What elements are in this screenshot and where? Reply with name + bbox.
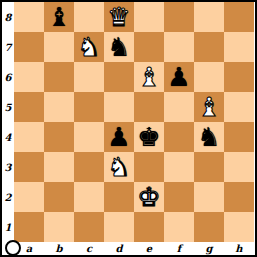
square-g6[interactable] bbox=[194, 62, 224, 92]
square-a1[interactable] bbox=[14, 212, 44, 242]
rank-label-4: 4 bbox=[2, 122, 14, 152]
rank-label-2: 2 bbox=[2, 182, 14, 212]
file-label-b: b bbox=[44, 242, 74, 255]
square-g3[interactable] bbox=[194, 152, 224, 182]
file-label-f: f bbox=[164, 242, 194, 255]
square-d5[interactable] bbox=[104, 92, 134, 122]
square-d6[interactable] bbox=[104, 62, 134, 92]
rank-label-3: 3 bbox=[2, 152, 14, 182]
rank-label-8: 8 bbox=[2, 2, 14, 32]
square-d3[interactable]: ♞ bbox=[104, 152, 134, 182]
square-e5[interactable] bbox=[134, 92, 164, 122]
square-f8[interactable] bbox=[164, 2, 194, 32]
rank-label-7: 7 bbox=[2, 32, 14, 62]
square-h4[interactable] bbox=[224, 122, 254, 152]
square-f2[interactable] bbox=[164, 182, 194, 212]
square-b5[interactable] bbox=[44, 92, 74, 122]
square-b4[interactable] bbox=[44, 122, 74, 152]
square-f7[interactable] bbox=[164, 32, 194, 62]
square-g2[interactable] bbox=[194, 182, 224, 212]
square-d8[interactable]: ♛ bbox=[104, 2, 134, 32]
piece-black-bishop-b8[interactable]: ♝ bbox=[44, 2, 74, 32]
square-b2[interactable] bbox=[44, 182, 74, 212]
square-e3[interactable] bbox=[134, 152, 164, 182]
square-d4[interactable]: ♟ bbox=[104, 122, 134, 152]
square-f3[interactable] bbox=[164, 152, 194, 182]
square-h1[interactable] bbox=[224, 212, 254, 242]
square-d7[interactable]: ♞ bbox=[104, 32, 134, 62]
file-label-g: g bbox=[194, 242, 224, 255]
chess-board: ♝♛♞♞♝♟♝♟♚♞♞♚ bbox=[14, 2, 254, 242]
square-e7[interactable] bbox=[134, 32, 164, 62]
square-f6[interactable]: ♟ bbox=[164, 62, 194, 92]
piece-white-bishop-g5[interactable]: ♝ bbox=[194, 92, 224, 122]
square-a7[interactable] bbox=[14, 32, 44, 62]
square-g8[interactable] bbox=[194, 2, 224, 32]
square-f1[interactable] bbox=[164, 212, 194, 242]
square-c2[interactable] bbox=[74, 182, 104, 212]
square-c8[interactable] bbox=[74, 2, 104, 32]
file-label-d: d bbox=[104, 242, 134, 255]
square-c6[interactable] bbox=[74, 62, 104, 92]
file-label-c: c bbox=[74, 242, 104, 255]
piece-black-pawn-d4[interactable]: ♟ bbox=[104, 122, 134, 152]
square-b8[interactable]: ♝ bbox=[44, 2, 74, 32]
file-label-a: a bbox=[14, 242, 44, 255]
square-e8[interactable] bbox=[134, 2, 164, 32]
square-c4[interactable] bbox=[74, 122, 104, 152]
square-f5[interactable] bbox=[164, 92, 194, 122]
square-c7[interactable]: ♞ bbox=[74, 32, 104, 62]
rank-label-5: 5 bbox=[2, 92, 14, 122]
file-labels: abcdefgh bbox=[14, 242, 254, 255]
square-a8[interactable] bbox=[14, 2, 44, 32]
square-b3[interactable] bbox=[44, 152, 74, 182]
square-e2[interactable]: ♚ bbox=[134, 182, 164, 212]
square-h7[interactable] bbox=[224, 32, 254, 62]
rank-label-1: 1 bbox=[2, 212, 14, 242]
rank-label-6: 6 bbox=[2, 62, 14, 92]
square-b1[interactable] bbox=[44, 212, 74, 242]
square-g7[interactable] bbox=[194, 32, 224, 62]
square-h5[interactable] bbox=[224, 92, 254, 122]
piece-black-king-e4[interactable]: ♚ bbox=[134, 122, 164, 152]
square-a4[interactable] bbox=[14, 122, 44, 152]
square-d2[interactable] bbox=[104, 182, 134, 212]
file-label-h: h bbox=[224, 242, 254, 255]
rank-labels: 87654321 bbox=[2, 2, 14, 242]
square-a5[interactable] bbox=[14, 92, 44, 122]
square-a2[interactable] bbox=[14, 182, 44, 212]
piece-white-knight-c7[interactable]: ♞ bbox=[74, 32, 104, 62]
piece-white-king-e2[interactable]: ♚ bbox=[134, 182, 164, 212]
chess-diagram: 87654321 ♝♛♞♞♝♟♝♟♚♞♞♚ abcdefgh bbox=[0, 0, 257, 257]
square-b6[interactable] bbox=[44, 62, 74, 92]
piece-black-knight-g4[interactable]: ♞ bbox=[194, 122, 224, 152]
square-h8[interactable] bbox=[224, 2, 254, 32]
square-b7[interactable] bbox=[44, 32, 74, 62]
square-e6[interactable]: ♝ bbox=[134, 62, 164, 92]
square-h3[interactable] bbox=[224, 152, 254, 182]
square-c5[interactable] bbox=[74, 92, 104, 122]
square-c1[interactable] bbox=[74, 212, 104, 242]
square-a3[interactable] bbox=[14, 152, 44, 182]
square-e4[interactable]: ♚ bbox=[134, 122, 164, 152]
square-e1[interactable] bbox=[134, 212, 164, 242]
square-h6[interactable] bbox=[224, 62, 254, 92]
square-g4[interactable]: ♞ bbox=[194, 122, 224, 152]
square-d1[interactable] bbox=[104, 212, 134, 242]
file-label-e: e bbox=[134, 242, 164, 255]
piece-white-bishop-e6[interactable]: ♝ bbox=[134, 62, 164, 92]
square-g1[interactable] bbox=[194, 212, 224, 242]
square-a6[interactable] bbox=[14, 62, 44, 92]
square-c3[interactable] bbox=[74, 152, 104, 182]
piece-black-pawn-f6[interactable]: ♟ bbox=[164, 62, 194, 92]
piece-white-knight-d3[interactable]: ♞ bbox=[104, 152, 134, 182]
square-h2[interactable] bbox=[224, 182, 254, 212]
square-g5[interactable]: ♝ bbox=[194, 92, 224, 122]
piece-white-queen-d8[interactable]: ♛ bbox=[104, 2, 134, 32]
piece-black-knight-d7[interactable]: ♞ bbox=[104, 32, 134, 62]
square-f4[interactable] bbox=[164, 122, 194, 152]
